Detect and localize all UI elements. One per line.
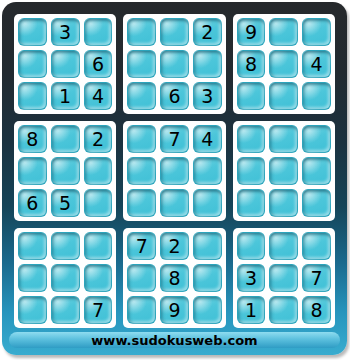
cell-r8c8[interactable] xyxy=(269,264,298,292)
cell-r3c7[interactable] xyxy=(237,82,266,110)
cell-r8c4[interactable] xyxy=(127,264,156,292)
block-1-2: 263 xyxy=(123,14,225,114)
cell-r9c2[interactable] xyxy=(51,296,80,324)
cell-r6c8[interactable] xyxy=(269,189,298,217)
cell-r8c5[interactable]: 8 xyxy=(160,264,189,292)
cell-r2c3[interactable]: 6 xyxy=(84,50,113,78)
cell-r8c6[interactable] xyxy=(193,264,222,292)
cell-r1c7[interactable]: 9 xyxy=(237,18,266,46)
cell-r3c6[interactable]: 3 xyxy=(193,82,222,110)
cell-r6c1[interactable]: 6 xyxy=(18,189,47,217)
cell-r5c5[interactable] xyxy=(160,157,189,185)
cell-r7c8[interactable] xyxy=(269,232,298,260)
cell-r3c4[interactable] xyxy=(127,82,156,110)
sudoku-board: 3614263984826574772893718 www.sudokusweb… xyxy=(2,2,347,355)
cell-r8c2[interactable] xyxy=(51,264,80,292)
cell-r4c4[interactable] xyxy=(127,125,156,153)
block-3-1: 7 xyxy=(14,228,116,328)
cell-r4c2[interactable] xyxy=(51,125,80,153)
cell-r4c6[interactable]: 4 xyxy=(193,125,222,153)
block-2-1: 8265 xyxy=(14,121,116,221)
cell-r7c9[interactable] xyxy=(302,232,331,260)
cell-r4c5[interactable]: 7 xyxy=(160,125,189,153)
cell-r1c5[interactable] xyxy=(160,18,189,46)
cell-r6c4[interactable] xyxy=(127,189,156,217)
cell-r1c4[interactable] xyxy=(127,18,156,46)
cell-r8c1[interactable] xyxy=(18,264,47,292)
cell-r6c3[interactable] xyxy=(84,189,113,217)
cell-r1c1[interactable] xyxy=(18,18,47,46)
cell-r2c4[interactable] xyxy=(127,50,156,78)
cell-r6c7[interactable] xyxy=(237,189,266,217)
cell-r7c5[interactable]: 2 xyxy=(160,232,189,260)
block-3-2: 7289 xyxy=(123,228,225,328)
cell-r5c8[interactable] xyxy=(269,157,298,185)
cell-r8c9[interactable]: 7 xyxy=(302,264,331,292)
block-2-2: 74 xyxy=(123,121,225,221)
footer-url-text: www.sudokusweb.com xyxy=(91,333,257,348)
cell-r1c2[interactable]: 3 xyxy=(51,18,80,46)
cell-r2c9[interactable]: 4 xyxy=(302,50,331,78)
cell-r4c8[interactable] xyxy=(269,125,298,153)
cell-r1c8[interactable] xyxy=(269,18,298,46)
cell-r5c6[interactable] xyxy=(193,157,222,185)
cell-r4c3[interactable]: 2 xyxy=(84,125,113,153)
cell-r7c2[interactable] xyxy=(51,232,80,260)
cell-r9c1[interactable] xyxy=(18,296,47,324)
cell-r3c9[interactable] xyxy=(302,82,331,110)
cell-r8c3[interactable] xyxy=(84,264,113,292)
cell-r2c7[interactable]: 8 xyxy=(237,50,266,78)
cell-r5c9[interactable] xyxy=(302,157,331,185)
block-2-3 xyxy=(233,121,335,221)
cell-r9c6[interactable] xyxy=(193,296,222,324)
cell-r4c1[interactable]: 8 xyxy=(18,125,47,153)
cell-r7c7[interactable] xyxy=(237,232,266,260)
cell-r3c3[interactable]: 4 xyxy=(84,82,113,110)
cell-r7c6[interactable] xyxy=(193,232,222,260)
cell-r3c1[interactable] xyxy=(18,82,47,110)
cell-r7c3[interactable] xyxy=(84,232,113,260)
cell-r2c8[interactable] xyxy=(269,50,298,78)
cell-r5c2[interactable] xyxy=(51,157,80,185)
cell-r7c4[interactable]: 7 xyxy=(127,232,156,260)
cell-r9c7[interactable]: 1 xyxy=(237,296,266,324)
cell-r3c2[interactable]: 1 xyxy=(51,82,80,110)
cell-r5c7[interactable] xyxy=(237,157,266,185)
block-1-3: 984 xyxy=(233,14,335,114)
cell-r6c5[interactable] xyxy=(160,189,189,217)
cell-r1c3[interactable] xyxy=(84,18,113,46)
cell-r9c3[interactable]: 7 xyxy=(84,296,113,324)
cell-r2c1[interactable] xyxy=(18,50,47,78)
cell-r4c9[interactable] xyxy=(302,125,331,153)
cell-r8c7[interactable]: 3 xyxy=(237,264,266,292)
cell-r2c2[interactable] xyxy=(51,50,80,78)
cell-r5c4[interactable] xyxy=(127,157,156,185)
cell-r9c5[interactable]: 9 xyxy=(160,296,189,324)
cell-r9c9[interactable]: 8 xyxy=(302,296,331,324)
cell-r2c6[interactable] xyxy=(193,50,222,78)
cell-r1c6[interactable]: 2 xyxy=(193,18,222,46)
sudoku-page: 3614263984826574772893718 www.sudokusweb… xyxy=(0,0,350,360)
cell-r3c5[interactable]: 6 xyxy=(160,82,189,110)
cell-r4c7[interactable] xyxy=(237,125,266,153)
cell-r7c1[interactable] xyxy=(18,232,47,260)
block-1-1: 3614 xyxy=(14,14,116,114)
cell-r3c8[interactable] xyxy=(269,82,298,110)
cell-r1c9[interactable] xyxy=(302,18,331,46)
cell-r6c6[interactable] xyxy=(193,189,222,217)
cell-r5c3[interactable] xyxy=(84,157,113,185)
sudoku-grid: 3614263984826574772893718 xyxy=(14,14,335,328)
block-3-3: 3718 xyxy=(233,228,335,328)
cell-r2c5[interactable] xyxy=(160,50,189,78)
cell-r5c1[interactable] xyxy=(18,157,47,185)
footer-url-bar: www.sudokusweb.com xyxy=(9,332,340,348)
cell-r9c4[interactable] xyxy=(127,296,156,324)
cell-r6c9[interactable] xyxy=(302,189,331,217)
cell-r9c8[interactable] xyxy=(269,296,298,324)
cell-r6c2[interactable]: 5 xyxy=(51,189,80,217)
